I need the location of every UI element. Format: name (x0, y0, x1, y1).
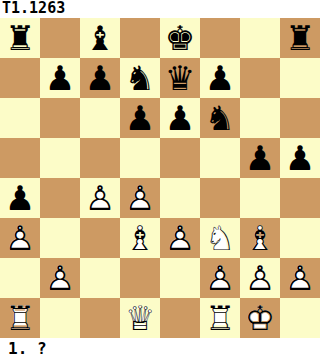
square-d7[interactable]: ♞ (120, 58, 160, 98)
square-f8[interactable] (200, 18, 240, 58)
piece-white-king: ♔ (245, 298, 275, 338)
square-h4[interactable] (280, 178, 320, 218)
square-g7[interactable] (240, 58, 280, 98)
piece-black-pawn: ♟ (165, 98, 195, 138)
square-h5[interactable]: ♟ (280, 138, 320, 178)
square-d8[interactable] (120, 18, 160, 58)
square-g1[interactable]: ♔ (240, 298, 280, 338)
square-g6[interactable] (240, 98, 280, 138)
piece-black-queen: ♛ (165, 58, 195, 98)
square-d2[interactable] (120, 258, 160, 298)
square-a4[interactable]: ♟ (0, 178, 40, 218)
piece-white-pawn: ♙ (245, 258, 275, 298)
square-e6[interactable]: ♟ (160, 98, 200, 138)
square-c6[interactable] (80, 98, 120, 138)
piece-black-pawn: ♟ (285, 138, 315, 178)
piece-white-pawn: ♙ (85, 178, 115, 218)
piece-white-pawn: ♙ (285, 258, 315, 298)
square-g5[interactable]: ♟ (240, 138, 280, 178)
piece-white-bishop: ♗ (245, 218, 275, 258)
square-g4[interactable] (240, 178, 280, 218)
square-h7[interactable] (280, 58, 320, 98)
square-c3[interactable] (80, 218, 120, 258)
piece-black-pawn: ♟ (125, 98, 155, 138)
piece-black-pawn: ♟ (85, 58, 115, 98)
square-b6[interactable] (40, 98, 80, 138)
piece-black-king: ♚ (165, 18, 195, 58)
piece-black-pawn: ♟ (245, 138, 275, 178)
square-b5[interactable] (40, 138, 80, 178)
square-e8[interactable]: ♚ (160, 18, 200, 58)
square-a2[interactable] (0, 258, 40, 298)
square-g3[interactable]: ♗ (240, 218, 280, 258)
square-c2[interactable] (80, 258, 120, 298)
piece-white-pawn: ♙ (5, 218, 35, 258)
square-a3[interactable]: ♙ (0, 218, 40, 258)
square-b2[interactable]: ♙ (40, 258, 80, 298)
square-f6[interactable]: ♞ (200, 98, 240, 138)
square-c7[interactable]: ♟ (80, 58, 120, 98)
square-f3[interactable]: ♘ (200, 218, 240, 258)
square-b1[interactable] (40, 298, 80, 338)
square-d3[interactable]: ♗ (120, 218, 160, 258)
piece-white-queen: ♕ (125, 298, 155, 338)
square-g8[interactable] (240, 18, 280, 58)
square-h3[interactable] (280, 218, 320, 258)
square-e7[interactable]: ♛ (160, 58, 200, 98)
move-prompt: 1. ? (0, 338, 320, 360)
square-e5[interactable] (160, 138, 200, 178)
square-b4[interactable] (40, 178, 80, 218)
square-c5[interactable] (80, 138, 120, 178)
square-a1[interactable]: ♖ (0, 298, 40, 338)
square-d4[interactable]: ♙ (120, 178, 160, 218)
square-h6[interactable] (280, 98, 320, 138)
square-c1[interactable] (80, 298, 120, 338)
piece-white-pawn: ♙ (45, 258, 75, 298)
piece-black-rook: ♜ (285, 18, 315, 58)
square-h1[interactable] (280, 298, 320, 338)
square-c4[interactable]: ♙ (80, 178, 120, 218)
piece-white-pawn: ♙ (165, 218, 195, 258)
square-g2[interactable]: ♙ (240, 258, 280, 298)
square-a5[interactable] (0, 138, 40, 178)
square-h8[interactable]: ♜ (280, 18, 320, 58)
puzzle-id-label: T1.1263 (0, 0, 320, 18)
square-f2[interactable]: ♙ (200, 258, 240, 298)
square-c8[interactable]: ♝ (80, 18, 120, 58)
piece-black-knight: ♞ (205, 98, 235, 138)
piece-black-pawn: ♟ (205, 58, 235, 98)
square-d6[interactable]: ♟ (120, 98, 160, 138)
square-d5[interactable] (120, 138, 160, 178)
square-h2[interactable]: ♙ (280, 258, 320, 298)
square-e3[interactable]: ♙ (160, 218, 200, 258)
piece-black-bishop: ♝ (85, 18, 115, 58)
piece-white-bishop: ♗ (125, 218, 155, 258)
piece-black-pawn: ♟ (45, 58, 75, 98)
piece-white-pawn: ♙ (125, 178, 155, 218)
piece-white-pawn: ♙ (205, 258, 235, 298)
chess-puzzle-app: T1.1263 ♜♝♚♜♟♟♞♛♟♟♟♞♟♟♟♙♙♙♗♙♘♗♙♙♙♙♖♕♖♔ 1… (0, 0, 320, 360)
square-a8[interactable]: ♜ (0, 18, 40, 58)
chess-board: ♜♝♚♜♟♟♞♛♟♟♟♞♟♟♟♙♙♙♗♙♘♗♙♙♙♙♖♕♖♔ (0, 18, 320, 338)
square-b8[interactable] (40, 18, 80, 58)
square-a7[interactable] (0, 58, 40, 98)
square-e1[interactable] (160, 298, 200, 338)
square-e4[interactable] (160, 178, 200, 218)
piece-white-rook: ♖ (5, 298, 35, 338)
piece-black-pawn: ♟ (5, 178, 35, 218)
square-f4[interactable] (200, 178, 240, 218)
piece-white-knight: ♘ (205, 218, 235, 258)
piece-black-knight: ♞ (125, 58, 155, 98)
square-f5[interactable] (200, 138, 240, 178)
square-a6[interactable] (0, 98, 40, 138)
square-b7[interactable]: ♟ (40, 58, 80, 98)
square-e2[interactable] (160, 258, 200, 298)
square-b3[interactable] (40, 218, 80, 258)
square-f1[interactable]: ♖ (200, 298, 240, 338)
piece-white-rook: ♖ (205, 298, 235, 338)
piece-black-rook: ♜ (5, 18, 35, 58)
square-d1[interactable]: ♕ (120, 298, 160, 338)
square-f7[interactable]: ♟ (200, 58, 240, 98)
